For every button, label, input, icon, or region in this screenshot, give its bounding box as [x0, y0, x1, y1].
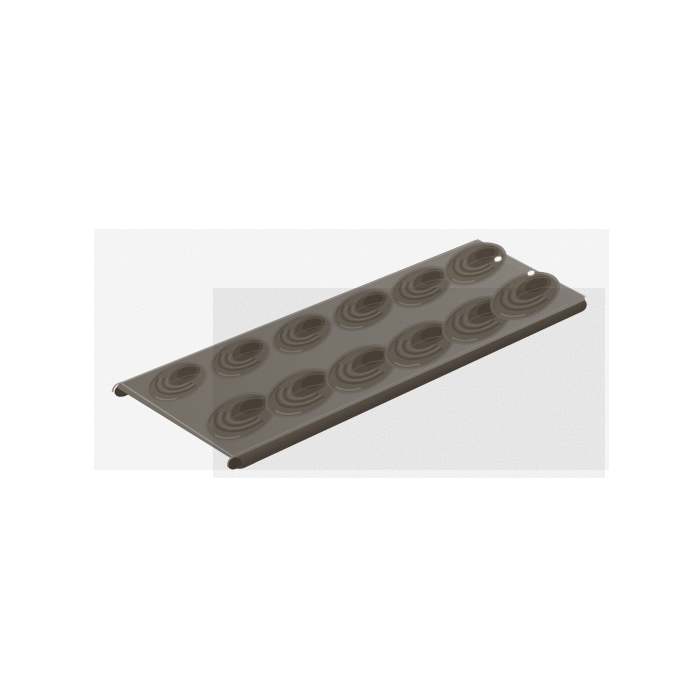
madeleine-tray-image: Madeleine baking tray with 12 shell moul… [0, 0, 700, 700]
product-photo: Madeleine baking tray with 12 shell moul… [0, 0, 700, 700]
tray-top-surface [117, 240, 584, 458]
